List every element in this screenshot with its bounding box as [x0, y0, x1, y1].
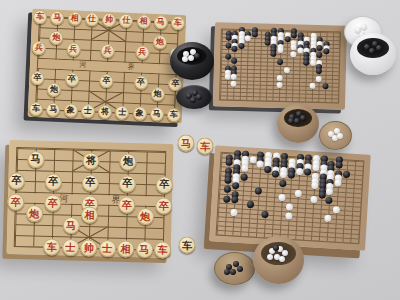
xiangqi-piece-black[interactable]: 卒 — [8, 172, 25, 189]
go-stone-white[interactable] — [312, 164, 319, 171]
go-stone-white[interactable] — [325, 215, 332, 222]
bowl-stone-black — [376, 45, 382, 51]
bowl-stone-black — [196, 94, 202, 100]
go-stone-white[interactable] — [310, 60, 316, 66]
xiangqi-board-top: 河 界 车马相仕帅仕相马车炮炮兵兵兵兵兵卒卒卒卒卒炮炮车马象士将士象马车 — [28, 9, 187, 124]
go-stone-black[interactable] — [317, 52, 323, 58]
xiangqi-piece-red[interactable]: 车 — [171, 16, 186, 31]
bowl-opening — [357, 38, 388, 58]
go-stone-white[interactable] — [276, 82, 282, 88]
xiangqi-piece-black[interactable]: 将 — [82, 152, 99, 169]
go-stone-white[interactable] — [291, 44, 297, 50]
go-stone-black[interactable] — [224, 186, 231, 193]
go-stone-black[interactable] — [322, 84, 328, 90]
go-stone-black[interactable] — [323, 49, 329, 55]
xiangqi-piece-black[interactable]: 士 — [80, 104, 95, 119]
go-stone-black[interactable] — [279, 180, 286, 187]
xiangqi-piece-red[interactable]: 仕 — [119, 13, 134, 28]
xiangqi-piece-red[interactable]: 卒 — [118, 197, 135, 214]
xiangqi-piece-black[interactable]: 卒 — [65, 73, 80, 88]
go-grid-bottom — [216, 152, 365, 245]
go-stone-white[interactable] — [280, 171, 287, 178]
go-stone-white[interactable] — [326, 188, 333, 195]
go-stone-black[interactable] — [262, 211, 269, 218]
bowl-stone-white — [188, 55, 194, 61]
xiangqi-piece-black[interactable]: 马 — [46, 102, 61, 117]
scene: 河 界 车马相仕帅仕相马车炮炮兵兵兵兵兵卒卒卒卒卒炮炮车马象士将士象马车 河 界… — [0, 0, 400, 300]
xiangqi-piece-black[interactable]: 马 — [27, 151, 44, 168]
go-stone-black[interactable] — [277, 59, 283, 65]
bowl-stone-white — [337, 133, 343, 139]
go-board-top — [213, 22, 347, 109]
xiangqi-piece-black[interactable]: 马 — [149, 107, 164, 122]
go-stone-black[interactable] — [288, 172, 295, 179]
xiangqi-piece-black[interactable]: 卒 — [45, 173, 62, 190]
xiangqi-piece-red[interactable]: 相 — [136, 14, 151, 29]
xiangqi-piece-red[interactable]: 相 — [81, 207, 98, 224]
go-stone-white[interactable] — [285, 212, 292, 219]
go-stone-white[interactable] — [278, 194, 285, 201]
wood-bowl-bottom — [253, 236, 304, 284]
xiangqi-pieces-top: 车马相仕帅仕相马车炮炮兵兵兵兵兵卒卒卒卒卒炮炮车马象士将士象马车 — [36, 17, 178, 115]
lid-surface — [324, 125, 348, 146]
xiangqi-piece-black[interactable]: 卒 — [133, 76, 148, 91]
go-stone-black[interactable] — [255, 188, 262, 195]
xiangqi-piece-black[interactable]: 炮 — [47, 82, 62, 97]
xiangqi-pieces-bottom: 马将炮卒卒卒卒卒卒卒卒卒卒炮相炮马车士帅士相马车 — [15, 148, 166, 250]
go-stone-black[interactable] — [264, 166, 271, 173]
xiangqi-piece-red[interactable]: 帅 — [102, 13, 117, 28]
go-board-bottom — [209, 145, 371, 250]
xiangqi-piece-red[interactable]: 士 — [98, 240, 115, 257]
go-stone-white[interactable] — [283, 67, 289, 73]
xiangqi-piece-red[interactable]: 士 — [62, 239, 79, 256]
go-stone-black[interactable] — [304, 168, 311, 175]
xiangqi-piece-black[interactable]: 车 — [29, 102, 44, 117]
go-stone-white[interactable] — [230, 209, 237, 216]
go-stone-black[interactable] — [224, 177, 231, 184]
black-bowl — [170, 42, 214, 80]
go-stone-black[interactable] — [231, 58, 237, 64]
wood-bowl-mid — [277, 104, 319, 143]
go-stone-white[interactable] — [277, 47, 283, 53]
bowl-stone-white — [182, 56, 188, 62]
lid-surface — [180, 88, 207, 106]
captured-piece-black-chariot[interactable]: 车 — [179, 237, 196, 254]
xiangqi-piece-red[interactable]: 相 — [117, 240, 134, 257]
go-stone-black[interactable] — [336, 161, 343, 168]
go-stone-black[interactable] — [317, 45, 323, 51]
xiangqi-piece-black[interactable]: 卒 — [156, 176, 173, 193]
xiangqi-piece-black[interactable]: 卒 — [99, 74, 114, 89]
go-stone-white[interactable] — [245, 35, 251, 41]
xiangqi-piece-red[interactable]: 车 — [33, 10, 48, 25]
xiangqi-piece-black[interactable]: 士 — [115, 105, 130, 120]
bowl-stone-white — [279, 256, 285, 262]
go-stone-white[interactable] — [316, 76, 322, 82]
go-stone-white[interactable] — [333, 206, 340, 213]
go-stone-white[interactable] — [257, 161, 264, 168]
xiangqi-piece-red[interactable]: 马 — [153, 15, 168, 30]
wood-lid-bottom — [214, 252, 255, 285]
go-stone-black[interactable] — [225, 159, 232, 166]
go-stone-black[interactable] — [303, 60, 309, 66]
xiangqi-piece-black[interactable]: 卒 — [119, 175, 136, 192]
go-stone-black[interactable] — [232, 182, 239, 189]
go-grid-top — [219, 28, 341, 103]
go-stone-black[interactable] — [318, 192, 325, 199]
xiangqi-piece-red[interactable]: 兵 — [100, 43, 115, 58]
go-stone-black[interactable] — [225, 54, 231, 60]
go-stone-black[interactable] — [326, 197, 333, 204]
go-stone-black[interactable] — [223, 195, 230, 202]
go-stone-white[interactable] — [297, 48, 303, 54]
go-stone-white[interactable] — [249, 155, 256, 162]
go-stone-white[interactable] — [294, 190, 301, 197]
bowl-stone-black — [194, 53, 200, 59]
go-stone-white[interactable] — [277, 75, 283, 81]
lid-surface — [220, 257, 250, 281]
go-stone-white[interactable] — [296, 167, 303, 174]
xiangqi-piece-red[interactable]: 车 — [43, 238, 60, 255]
xiangqi-piece-black[interactable]: 象 — [132, 106, 147, 121]
bowl-stone-black — [224, 269, 230, 275]
xiangqi-board-bottom: 河 界 马将炮卒卒卒卒卒卒卒卒卒卒炮相炮马车士帅士相马车 — [7, 140, 174, 258]
xiangqi-piece-black[interactable]: 卒 — [30, 71, 45, 86]
go-stone-black[interactable] — [225, 34, 231, 40]
go-stone-black[interactable] — [284, 36, 290, 42]
go-stone-white[interactable] — [309, 83, 315, 89]
xiangqi-piece-black[interactable]: 车 — [167, 108, 182, 123]
xiangqi-piece-red[interactable]: 炮 — [136, 208, 153, 225]
go-stone-white[interactable] — [241, 164, 248, 171]
go-stone-white[interactable] — [224, 73, 230, 79]
xiangqi-piece-red[interactable]: 兵 — [31, 40, 46, 55]
xiangqi-piece-red[interactable]: 兵 — [66, 42, 81, 57]
go-stone-black[interactable] — [231, 46, 237, 52]
go-stone-white[interactable] — [231, 73, 237, 79]
bowl-stone-black — [237, 266, 243, 272]
xiangqi-piece-red[interactable]: 马 — [135, 241, 152, 258]
captured-piece-red-chariot[interactable]: 车 — [197, 138, 214, 155]
xiangqi-piece-red[interactable]: 车 — [154, 241, 171, 258]
bowl-opening — [284, 109, 313, 128]
bowl-stone-black — [294, 118, 300, 124]
xiangqi-piece-red[interactable]: 相 — [67, 11, 82, 26]
go-stone-black[interactable] — [316, 68, 322, 74]
xiangqi-grid-top: 河 界 车马相仕帅仕相马车炮炮兵兵兵兵兵卒卒卒卒卒炮炮车马象士将士象马车 — [35, 16, 179, 116]
xiangqi-piece-red[interactable]: 炮 — [49, 31, 64, 46]
xiangqi-piece-red[interactable]: 兵 — [135, 45, 150, 60]
xiangqi-piece-red[interactable]: 卒 — [155, 198, 172, 215]
go-stone-white[interactable] — [290, 52, 296, 58]
black-bowl-lid — [176, 85, 212, 109]
xiangqi-piece-red[interactable]: 马 — [50, 10, 65, 25]
bowl-stone-white — [267, 254, 273, 260]
xiangqi-piece-red[interactable]: 炮 — [153, 35, 168, 50]
go-stone-white[interactable] — [311, 182, 318, 189]
go-stone-black[interactable] — [343, 170, 350, 177]
bowl-stone-black — [288, 118, 294, 124]
xiangqi-piece-red[interactable]: 炮 — [25, 205, 42, 222]
xiangqi-piece-black[interactable]: 象 — [63, 103, 78, 118]
go-stone-black[interactable] — [231, 195, 238, 202]
xiangqi-piece-black[interactable]: 炮 — [119, 153, 136, 170]
xiangqi-piece-red[interactable]: 卒 — [7, 194, 24, 211]
xiangqi-piece-black[interactable]: 炮 — [150, 86, 165, 101]
bowl-stone-black — [369, 48, 375, 54]
go-stone-black[interactable] — [271, 51, 277, 57]
go-stone-black[interactable] — [252, 31, 258, 37]
go-stone-white[interactable] — [286, 203, 293, 210]
bowl-stone-black — [300, 115, 306, 121]
bowl-stone-black — [230, 269, 236, 275]
wood-lid-mid — [319, 121, 352, 150]
bowl-opening — [261, 242, 296, 265]
xiangqi-piece-black[interactable]: 卒 — [82, 174, 99, 191]
bowl-opening — [177, 47, 207, 65]
go-stone-black[interactable] — [272, 171, 279, 178]
go-stone-black[interactable] — [238, 42, 244, 48]
xiangqi-piece-black[interactable]: 将 — [98, 105, 113, 120]
bowl-stone-black — [273, 245, 279, 251]
xiangqi-grid-bottom: 河 界 马将炮卒卒卒卒卒卒卒卒卒卒炮相炮马车士帅士相马车 — [14, 147, 167, 251]
go-stone-black[interactable] — [225, 42, 231, 48]
go-stone-black[interactable] — [246, 201, 253, 208]
white-bowl — [350, 33, 396, 75]
go-stone-white[interactable] — [231, 81, 237, 87]
go-stone-black[interactable] — [264, 39, 270, 45]
captured-piece-red-horse[interactable]: 马 — [178, 135, 195, 152]
xiangqi-piece-red[interactable]: 卒 — [44, 195, 61, 212]
bowl-stone-white — [361, 24, 367, 30]
go-stone-black[interactable] — [240, 173, 247, 180]
go-stone-black[interactable] — [291, 32, 297, 38]
xiangqi-piece-red[interactable]: 仕 — [84, 12, 99, 27]
go-stone-white[interactable] — [335, 179, 342, 186]
xiangqi-piece-red[interactable]: 帅 — [80, 239, 97, 256]
go-stone-white[interactable] — [310, 196, 317, 203]
xiangqi-piece-red[interactable]: 马 — [62, 217, 79, 234]
